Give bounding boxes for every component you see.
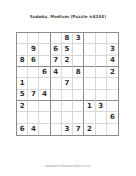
cell-r4c4[interactable]: 4 — [51, 67, 62, 78]
cell-r2c4[interactable]: 6 — [51, 44, 62, 55]
cell-r6c8[interactable] — [96, 90, 107, 101]
cell-r2c9[interactable]: 3 — [107, 44, 118, 55]
cell-r4c6[interactable]: 8 — [73, 67, 84, 78]
cell-r4c9[interactable]: 2 — [107, 67, 118, 78]
cell-r9c2[interactable]: 4 — [28, 124, 39, 135]
cell-r8c2[interactable] — [28, 112, 39, 123]
cell-r6c2[interactable]: 7 — [28, 90, 39, 101]
cell-r5c4[interactable] — [51, 78, 62, 89]
cell-r5c2[interactable] — [28, 78, 39, 89]
cell-r2c3[interactable] — [39, 44, 50, 55]
cell-r3c4[interactable]: 7 — [51, 56, 62, 67]
cell-r4c3[interactable]: 6 — [39, 67, 50, 78]
cell-r2c6[interactable] — [73, 44, 84, 55]
cell-r7c3[interactable] — [39, 101, 50, 112]
cell-r4c5[interactable] — [62, 67, 73, 78]
cell-r6c1[interactable]: 5 — [17, 90, 28, 101]
cell-r1c9[interactable] — [107, 33, 118, 44]
cell-r1c2[interactable] — [28, 33, 39, 44]
cell-r2c8[interactable] — [96, 44, 107, 55]
cell-r1c1[interactable] — [17, 33, 28, 44]
cell-r8c3[interactable] — [39, 112, 50, 123]
cell-r1c8[interactable] — [96, 33, 107, 44]
cell-r3c5[interactable]: 2 — [62, 56, 73, 67]
cell-r3c8[interactable] — [96, 56, 107, 67]
cell-r2c5[interactable]: 5 — [62, 44, 73, 55]
cell-r7c1[interactable]: 2 — [17, 101, 28, 112]
cell-r7c5[interactable] — [62, 101, 73, 112]
cell-r9c9[interactable] — [107, 124, 118, 135]
cell-r1c4[interactable] — [51, 33, 62, 44]
cell-r3c6[interactable] — [73, 56, 84, 67]
cell-r8c4[interactable] — [51, 112, 62, 123]
cell-r4c7[interactable] — [84, 67, 95, 78]
cell-r9c1[interactable]: 6 — [17, 124, 28, 135]
cell-r5c9[interactable] — [107, 78, 118, 89]
cell-r5c6[interactable] — [73, 78, 84, 89]
cell-r3c3[interactable] — [39, 56, 50, 67]
cell-r1c5[interactable]: 8 — [62, 33, 73, 44]
cell-r9c3[interactable] — [39, 124, 50, 135]
cell-r5c5[interactable]: 7 — [62, 78, 73, 89]
cell-r7c7[interactable]: 1 — [84, 101, 95, 112]
cell-r5c8[interactable] — [96, 78, 107, 89]
cell-r1c6[interactable]: 3 — [73, 33, 84, 44]
cell-r9c6[interactable]: 7 — [73, 124, 84, 135]
cell-r4c8[interactable] — [96, 67, 107, 78]
sudoku-grid: 83965386724648217574213664372 — [16, 32, 119, 136]
cell-r3c9[interactable]: 4 — [107, 56, 118, 67]
cell-r9c7[interactable]: 2 — [84, 124, 95, 135]
cell-r1c3[interactable] — [39, 33, 50, 44]
cell-r6c4[interactable] — [51, 90, 62, 101]
cell-r8c9[interactable]: 6 — [107, 112, 118, 123]
cell-r8c5[interactable] — [62, 112, 73, 123]
cell-r6c5[interactable] — [62, 90, 73, 101]
cell-r8c1[interactable] — [17, 112, 28, 123]
cell-r8c8[interactable] — [96, 112, 107, 123]
cell-r6c6[interactable] — [73, 90, 84, 101]
cell-r8c7[interactable] — [84, 112, 95, 123]
cell-r7c8[interactable]: 3 — [96, 101, 107, 112]
cell-r3c1[interactable]: 8 — [17, 56, 28, 67]
cell-r6c7[interactable] — [84, 90, 95, 101]
cell-r6c3[interactable]: 4 — [39, 90, 50, 101]
page-title: Sudoku, Medium (Puzzle #A244) — [0, 14, 136, 19]
cell-r7c2[interactable] — [28, 101, 39, 112]
cell-r2c2[interactable]: 9 — [28, 44, 39, 55]
cell-r5c3[interactable] — [39, 78, 50, 89]
cell-r4c2[interactable] — [28, 67, 39, 78]
cell-r5c7[interactable] — [84, 78, 95, 89]
cell-r8c6[interactable] — [73, 112, 84, 123]
cell-r7c4[interactable] — [51, 101, 62, 112]
cell-r5c1[interactable]: 1 — [17, 78, 28, 89]
cell-r9c4[interactable] — [51, 124, 62, 135]
cell-r3c2[interactable]: 6 — [28, 56, 39, 67]
cell-r9c5[interactable]: 3 — [62, 124, 73, 135]
cell-r1c7[interactable] — [84, 33, 95, 44]
cell-r4c1[interactable] — [17, 67, 28, 78]
cell-r6c9[interactable] — [107, 90, 118, 101]
cell-r2c1[interactable] — [17, 44, 28, 55]
cell-r7c9[interactable] — [107, 101, 118, 112]
page: { "game": "sudoku", "header": { "title":… — [0, 0, 136, 176]
cell-r3c7[interactable] — [84, 56, 95, 67]
cell-r9c8[interactable] — [96, 124, 107, 135]
cell-r7c6[interactable] — [73, 101, 84, 112]
cell-r2c7[interactable] — [84, 44, 95, 55]
footer-url: www.printfreesudoku.com — [0, 164, 136, 168]
